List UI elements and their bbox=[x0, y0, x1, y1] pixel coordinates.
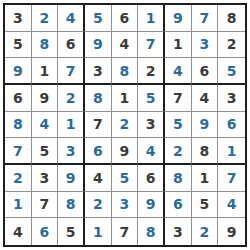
cell-r4c2[interactable]: 9 bbox=[32, 85, 59, 112]
cell-r8c2[interactable]: 7 bbox=[32, 192, 59, 219]
cell-r2c6[interactable]: 7 bbox=[138, 32, 165, 59]
cell-r8c7[interactable]: 6 bbox=[165, 192, 192, 219]
cell-r4c6[interactable]: 5 bbox=[138, 85, 165, 112]
cell-r9c1[interactable]: 4 bbox=[5, 218, 32, 245]
cell-r1c5[interactable]: 6 bbox=[112, 5, 139, 32]
cell-r1c4[interactable]: 5 bbox=[85, 5, 112, 32]
cell-r7c6[interactable]: 6 bbox=[138, 165, 165, 192]
cell-r5c5[interactable]: 2 bbox=[112, 112, 139, 139]
cell-r5c2[interactable]: 4 bbox=[32, 112, 59, 139]
cell-r9c4[interactable]: 1 bbox=[85, 218, 112, 245]
cell-r8c8[interactable]: 5 bbox=[192, 192, 219, 219]
cell-r7c4[interactable]: 4 bbox=[85, 165, 112, 192]
cell-r9c2[interactable]: 6 bbox=[32, 218, 59, 245]
cell-r1c6[interactable]: 1 bbox=[138, 5, 165, 32]
cell-r3c1[interactable]: 9 bbox=[5, 58, 32, 85]
cell-r2c7[interactable]: 1 bbox=[165, 32, 192, 59]
cell-r4c1[interactable]: 6 bbox=[5, 85, 32, 112]
cell-r9c3[interactable]: 5 bbox=[58, 218, 85, 245]
cell-r8c6[interactable]: 9 bbox=[138, 192, 165, 219]
cell-r3c5[interactable]: 8 bbox=[112, 58, 139, 85]
cell-r6c1[interactable]: 7 bbox=[5, 138, 32, 165]
cell-r4c5[interactable]: 1 bbox=[112, 85, 139, 112]
cell-r6c5[interactable]: 9 bbox=[112, 138, 139, 165]
cell-r3c3[interactable]: 7 bbox=[58, 58, 85, 85]
cell-r7c9[interactable]: 7 bbox=[218, 165, 245, 192]
cell-r1c2[interactable]: 2 bbox=[32, 5, 59, 32]
cell-r3c6[interactable]: 2 bbox=[138, 58, 165, 85]
sudoku-board: 3245619785869471329173824656928157438417… bbox=[3, 3, 247, 247]
cell-r8c9[interactable]: 4 bbox=[218, 192, 245, 219]
cell-r2c8[interactable]: 3 bbox=[192, 32, 219, 59]
cell-r7c2[interactable]: 3 bbox=[32, 165, 59, 192]
cell-r8c1[interactable]: 1 bbox=[5, 192, 32, 219]
cell-r3c7[interactable]: 4 bbox=[165, 58, 192, 85]
cell-r3c8[interactable]: 6 bbox=[192, 58, 219, 85]
cell-r2c2[interactable]: 8 bbox=[32, 32, 59, 59]
cell-r8c3[interactable]: 8 bbox=[58, 192, 85, 219]
cell-r7c8[interactable]: 1 bbox=[192, 165, 219, 192]
cell-r8c4[interactable]: 2 bbox=[85, 192, 112, 219]
cell-r6c9[interactable]: 1 bbox=[218, 138, 245, 165]
cell-r3c2[interactable]: 1 bbox=[32, 58, 59, 85]
cell-r4c4[interactable]: 8 bbox=[85, 85, 112, 112]
cell-r6c3[interactable]: 3 bbox=[58, 138, 85, 165]
cell-r7c7[interactable]: 8 bbox=[165, 165, 192, 192]
cell-r9c6[interactable]: 8 bbox=[138, 218, 165, 245]
cell-r1c3[interactable]: 4 bbox=[58, 5, 85, 32]
cell-r3c9[interactable]: 5 bbox=[218, 58, 245, 85]
cell-r5c1[interactable]: 8 bbox=[5, 112, 32, 139]
cell-r6c7[interactable]: 2 bbox=[165, 138, 192, 165]
sudoku-page: 3245619785869471329173824656928157438417… bbox=[0, 0, 250, 250]
cell-r9c7[interactable]: 3 bbox=[165, 218, 192, 245]
cell-r1c1[interactable]: 3 bbox=[5, 5, 32, 32]
cell-r6c2[interactable]: 5 bbox=[32, 138, 59, 165]
cell-r2c4[interactable]: 9 bbox=[85, 32, 112, 59]
cell-r6c8[interactable]: 8 bbox=[192, 138, 219, 165]
cell-r1c9[interactable]: 8 bbox=[218, 5, 245, 32]
cell-r7c1[interactable]: 2 bbox=[5, 165, 32, 192]
cell-r5c8[interactable]: 9 bbox=[192, 112, 219, 139]
cell-r9c9[interactable]: 9 bbox=[218, 218, 245, 245]
cell-r7c5[interactable]: 5 bbox=[112, 165, 139, 192]
cell-r1c8[interactable]: 7 bbox=[192, 5, 219, 32]
cell-r5c4[interactable]: 7 bbox=[85, 112, 112, 139]
cell-r6c4[interactable]: 6 bbox=[85, 138, 112, 165]
cell-r2c3[interactable]: 6 bbox=[58, 32, 85, 59]
cell-r4c7[interactable]: 7 bbox=[165, 85, 192, 112]
cell-r7c3[interactable]: 9 bbox=[58, 165, 85, 192]
cell-r5c6[interactable]: 3 bbox=[138, 112, 165, 139]
cell-r8c5[interactable]: 3 bbox=[112, 192, 139, 219]
cell-r2c9[interactable]: 2 bbox=[218, 32, 245, 59]
cell-r1c7[interactable]: 9 bbox=[165, 5, 192, 32]
cell-r4c9[interactable]: 3 bbox=[218, 85, 245, 112]
cell-r5c3[interactable]: 1 bbox=[58, 112, 85, 139]
cell-r9c5[interactable]: 7 bbox=[112, 218, 139, 245]
cell-r4c8[interactable]: 4 bbox=[192, 85, 219, 112]
cell-r5c7[interactable]: 5 bbox=[165, 112, 192, 139]
cell-r2c1[interactable]: 5 bbox=[5, 32, 32, 59]
cell-r3c4[interactable]: 3 bbox=[85, 58, 112, 85]
cell-r2c5[interactable]: 4 bbox=[112, 32, 139, 59]
cell-r6c6[interactable]: 4 bbox=[138, 138, 165, 165]
cell-r9c8[interactable]: 2 bbox=[192, 218, 219, 245]
cell-r5c9[interactable]: 6 bbox=[218, 112, 245, 139]
cell-r4c3[interactable]: 2 bbox=[58, 85, 85, 112]
